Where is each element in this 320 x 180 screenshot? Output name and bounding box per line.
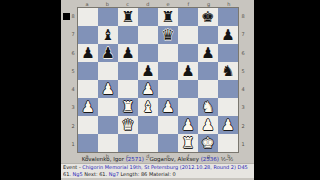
square-d6[interactable] bbox=[138, 44, 158, 62]
square-e7[interactable]: ♛ bbox=[158, 26, 178, 44]
caption-text: Kovalenko, Igor bbox=[82, 156, 126, 162]
caption-text: 61. bbox=[63, 171, 73, 177]
square-a3[interactable]: ♟ bbox=[78, 98, 98, 116]
rank-label-8: 8 bbox=[70, 7, 76, 25]
piece-white-P-b4: ♟ bbox=[101, 80, 114, 98]
square-g1[interactable]: ♚ bbox=[198, 134, 218, 152]
piece-black-P-c6: ♟ bbox=[121, 44, 134, 62]
piece-white-P-g2: ♟ bbox=[201, 116, 214, 134]
square-g3[interactable]: ♞ bbox=[198, 98, 218, 116]
square-h6[interactable] bbox=[218, 44, 238, 62]
square-b8[interactable] bbox=[98, 8, 118, 26]
square-c1[interactable] bbox=[118, 134, 138, 152]
square-e3[interactable]: ♟ bbox=[158, 98, 178, 116]
chess-app-panel: abcdefgh 87654321 87654321 ♜♜♚♝♛♟♟♟♟♟♟♟♞… bbox=[61, 0, 254, 180]
rank-label-6: 6 bbox=[70, 44, 76, 62]
square-d8[interactable] bbox=[138, 8, 158, 26]
game-header-moves: 61. Ng5 Next: 61. Ng7 Length: 86 Materia… bbox=[63, 171, 253, 177]
caption-text: Event - bbox=[63, 164, 82, 170]
square-a8[interactable] bbox=[78, 8, 98, 26]
rank-label-6: 6 bbox=[240, 44, 246, 62]
square-b3[interactable] bbox=[98, 98, 118, 116]
square-f7[interactable] bbox=[178, 26, 198, 44]
square-b7[interactable]: ♝ bbox=[98, 26, 118, 44]
piece-black-K-g8: ♚ bbox=[201, 8, 214, 26]
piece-black-R-c8: ♜ bbox=[121, 8, 134, 26]
rank-labels-left: 87654321 bbox=[70, 7, 76, 153]
square-a6[interactable]: ♟ bbox=[78, 44, 98, 62]
square-a7[interactable] bbox=[78, 26, 98, 44]
rank-label-4: 4 bbox=[70, 80, 76, 98]
square-f5[interactable]: ♟ bbox=[178, 62, 198, 80]
square-e5[interactable] bbox=[158, 62, 178, 80]
square-e8[interactable]: ♜ bbox=[158, 8, 178, 26]
square-f4[interactable] bbox=[178, 80, 198, 98]
square-f6[interactable] bbox=[178, 44, 198, 62]
square-d7[interactable] bbox=[138, 26, 158, 44]
square-g5[interactable] bbox=[198, 62, 218, 80]
square-a5[interactable] bbox=[78, 62, 98, 80]
square-g2[interactable]: ♟ bbox=[198, 116, 218, 134]
caption-link[interactable]: D45 bbox=[238, 164, 248, 170]
rank-label-1: 1 bbox=[240, 135, 246, 153]
piece-white-K-g1: ♚ bbox=[201, 134, 214, 152]
square-b4[interactable]: ♟ bbox=[98, 80, 118, 98]
square-g7[interactable] bbox=[198, 26, 218, 44]
caption-link[interactable]: (2571) bbox=[126, 156, 144, 162]
piece-white-Q-c2: ♛ bbox=[121, 116, 134, 134]
piece-white-R-c3: ♜ bbox=[121, 98, 134, 116]
square-c8[interactable]: ♜ bbox=[118, 8, 138, 26]
piece-white-R-f1: ♜ bbox=[181, 134, 194, 152]
square-h4[interactable] bbox=[218, 80, 238, 98]
rank-label-8: 8 bbox=[240, 7, 246, 25]
piece-white-P-d4: ♟ bbox=[141, 80, 154, 98]
piece-black-N-h5: ♞ bbox=[221, 62, 234, 80]
game-header-event: Event - Chigorin Memorial 19th, St Peter… bbox=[63, 164, 253, 170]
piece-white-P-e3: ♟ bbox=[161, 98, 174, 116]
square-c6[interactable]: ♟ bbox=[118, 44, 138, 62]
caption-text: ½-½ bbox=[219, 156, 233, 162]
caption-link[interactable]: Ng7 bbox=[109, 171, 119, 177]
black-to-move-indicator bbox=[63, 13, 70, 20]
square-f8[interactable] bbox=[178, 8, 198, 26]
square-c4[interactable] bbox=[118, 80, 138, 98]
caption-link[interactable]: Chigorin Memorial 19th, St Petersburg (2… bbox=[82, 164, 237, 170]
caption-text: Length: 86 Material: 0 bbox=[119, 171, 176, 177]
square-d1[interactable] bbox=[138, 134, 158, 152]
square-e4[interactable] bbox=[158, 80, 178, 98]
square-d2[interactable] bbox=[138, 116, 158, 134]
square-c3[interactable]: ♜ bbox=[118, 98, 138, 116]
square-d4[interactable]: ♟ bbox=[138, 80, 158, 98]
square-c2[interactable]: ♛ bbox=[118, 116, 138, 134]
square-b1[interactable] bbox=[98, 134, 118, 152]
square-b6[interactable]: ♟ bbox=[98, 44, 118, 62]
piece-black-P-b6: ♟ bbox=[101, 44, 114, 62]
square-g4[interactable] bbox=[198, 80, 218, 98]
square-b2[interactable] bbox=[98, 116, 118, 134]
piece-white-B-d3: ♝ bbox=[141, 98, 154, 116]
square-h5[interactable]: ♞ bbox=[218, 62, 238, 80]
square-a1[interactable] bbox=[78, 134, 98, 152]
rank-label-2: 2 bbox=[240, 117, 246, 135]
piece-black-P-d5: ♟ bbox=[141, 62, 154, 80]
caption-text: Goganov, Aleksey bbox=[149, 156, 200, 162]
piece-black-B-b7: ♝ bbox=[101, 26, 114, 44]
square-g8[interactable]: ♚ bbox=[198, 8, 218, 26]
rank-label-1: 1 bbox=[70, 135, 76, 153]
square-f1[interactable]: ♜ bbox=[178, 134, 198, 152]
square-h2[interactable]: ♟ bbox=[218, 116, 238, 134]
piece-white-N-g3: ♞ bbox=[201, 98, 214, 116]
rank-label-4: 4 bbox=[240, 80, 246, 98]
square-d5[interactable]: ♟ bbox=[138, 62, 158, 80]
rank-label-5: 5 bbox=[70, 62, 76, 80]
square-g6[interactable]: ♟ bbox=[198, 44, 218, 62]
square-a4[interactable] bbox=[78, 80, 98, 98]
caption-text: Next: 61. bbox=[83, 171, 109, 177]
square-b5[interactable] bbox=[98, 62, 118, 80]
piece-black-P-h7: ♟ bbox=[221, 26, 234, 44]
rank-label-3: 3 bbox=[240, 98, 246, 116]
caption-link[interactable]: (2536) bbox=[201, 156, 219, 162]
square-e6[interactable] bbox=[158, 44, 178, 62]
square-h1[interactable] bbox=[218, 134, 238, 152]
piece-white-P-a3: ♟ bbox=[81, 98, 94, 116]
piece-black-Q-e7: ♛ bbox=[161, 26, 174, 44]
piece-white-P-f2: ♟ bbox=[181, 116, 194, 134]
square-f3[interactable] bbox=[178, 98, 198, 116]
video-frame: abcdefgh 87654321 87654321 ♜♜♚♝♛♟♟♟♟♟♟♟♞… bbox=[0, 0, 320, 180]
piece-black-P-g6: ♟ bbox=[201, 44, 214, 62]
square-c5[interactable] bbox=[118, 62, 138, 80]
piece-black-R-e8: ♜ bbox=[161, 8, 174, 26]
square-e2[interactable] bbox=[158, 116, 178, 134]
caption-link[interactable]: Ng5 bbox=[73, 171, 83, 177]
rank-label-3: 3 bbox=[70, 98, 76, 116]
rank-label-2: 2 bbox=[70, 117, 76, 135]
square-a2[interactable] bbox=[78, 116, 98, 134]
rank-labels-right: 87654321 bbox=[240, 7, 246, 153]
square-h8[interactable] bbox=[218, 8, 238, 26]
chess-board[interactable]: ♜♜♚♝♛♟♟♟♟♟♟♟♞♟♟♟♜♝♟♞♛♟♟♟♜♚ bbox=[77, 7, 239, 153]
rank-label-7: 7 bbox=[70, 25, 76, 43]
square-d3[interactable]: ♝ bbox=[138, 98, 158, 116]
square-h7[interactable]: ♟ bbox=[218, 26, 238, 44]
piece-black-P-f5: ♟ bbox=[181, 62, 194, 80]
rank-label-7: 7 bbox=[240, 25, 246, 43]
rank-label-5: 5 bbox=[240, 62, 246, 80]
square-e1[interactable] bbox=[158, 134, 178, 152]
piece-white-P-h2: ♟ bbox=[221, 116, 234, 134]
square-h3[interactable] bbox=[218, 98, 238, 116]
square-c7[interactable] bbox=[118, 26, 138, 44]
piece-black-P-a6: ♟ bbox=[81, 44, 94, 62]
game-header-players: Kovalenko, Igor (2571) - Goganov, Alekse… bbox=[61, 156, 254, 163]
square-f2[interactable]: ♟ bbox=[178, 116, 198, 134]
